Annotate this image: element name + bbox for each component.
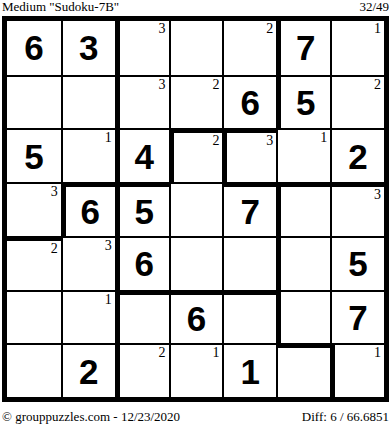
corner-mark: 1 <box>105 130 112 145</box>
cell-r3c2[interactable]: 1 <box>61 128 115 182</box>
corner-mark: 1 <box>320 130 327 145</box>
given-digit: 6 <box>134 246 153 281</box>
cell-r1c4[interactable] <box>169 21 223 75</box>
cell-r7c1[interactable] <box>7 343 61 397</box>
cell-r7c6[interactable] <box>276 343 330 397</box>
given-digit: 6 <box>81 194 100 229</box>
page-root: Medium "Sudoku-7B" 32/49 633271326525142… <box>0 0 391 426</box>
corner-mark: 2 <box>212 77 219 92</box>
sudoku-board: 63327132652514231236573236516722111 <box>2 16 389 402</box>
cell-r6c2[interactable]: 1 <box>61 290 115 344</box>
cell-r7c7[interactable]: 1 <box>330 343 384 397</box>
corner-mark: 1 <box>212 345 219 360</box>
cell-r1c1[interactable]: 6 <box>7 21 61 75</box>
cell-r5c5[interactable] <box>222 236 276 290</box>
given-digit: 5 <box>134 194 153 229</box>
given-digit: 5 <box>296 85 315 120</box>
given-digit: 7 <box>348 300 367 335</box>
puzzle-header: Medium "Sudoku-7B" 32/49 <box>2 0 389 14</box>
cell-r7c2[interactable]: 2 <box>61 343 115 397</box>
cell-r3c4[interactable]: 2 <box>169 128 223 182</box>
cell-r3c1[interactable]: 5 <box>7 128 61 182</box>
puzzle-footer: © grouppuzzles.com - 12/23/2020 Diff: 6 … <box>2 410 389 424</box>
corner-mark: 3 <box>105 238 112 253</box>
cell-r5c2[interactable]: 3 <box>61 236 115 290</box>
cell-r4c2[interactable]: 6 <box>61 182 115 236</box>
cell-r4c4[interactable] <box>169 182 223 236</box>
given-digit: 1 <box>241 354 260 389</box>
cell-r2c3[interactable]: 3 <box>115 75 169 129</box>
empty-count-badge: 32/49 <box>359 0 389 14</box>
cell-r4c7[interactable]: 3 <box>330 182 384 236</box>
corner-mark: 2 <box>159 345 166 360</box>
given-digit: 6 <box>187 301 206 336</box>
corner-mark: 2 <box>51 241 58 256</box>
given-digit: 5 <box>24 139 43 174</box>
cell-r2c6[interactable]: 5 <box>276 75 330 129</box>
cell-r3c3[interactable]: 4 <box>115 128 169 182</box>
corner-mark: 3 <box>266 133 273 148</box>
cell-r1c3[interactable]: 3 <box>115 21 169 75</box>
cell-r6c3[interactable] <box>115 290 169 344</box>
corner-mark: 3 <box>374 187 381 202</box>
cell-r5c4[interactable] <box>169 236 223 290</box>
cell-r7c3[interactable]: 2 <box>115 343 169 397</box>
cell-r1c5[interactable]: 2 <box>222 21 276 75</box>
cell-r2c4[interactable]: 2 <box>169 75 223 129</box>
corner-mark: 3 <box>159 77 166 92</box>
cell-r7c4[interactable]: 1 <box>169 343 223 397</box>
given-digit: 5 <box>348 246 367 281</box>
cell-r5c6[interactable] <box>276 236 330 290</box>
puzzle-title: Medium "Sudoku-7B" <box>2 0 119 14</box>
cell-r2c1[interactable] <box>7 75 61 129</box>
corner-mark: 1 <box>374 21 381 36</box>
corner-mark: 2 <box>212 133 219 148</box>
cell-r5c7[interactable]: 5 <box>330 236 384 290</box>
cell-r1c7[interactable]: 1 <box>330 21 384 75</box>
cell-r4c3[interactable]: 5 <box>115 182 169 236</box>
cell-r6c4[interactable]: 6 <box>169 290 223 344</box>
given-digit: 7 <box>296 30 315 65</box>
cell-r6c1[interactable] <box>7 290 61 344</box>
cell-r7c5[interactable]: 1 <box>222 343 276 397</box>
cell-r5c3[interactable]: 6 <box>115 236 169 290</box>
corner-mark: 3 <box>51 184 58 199</box>
copyright-text: © grouppuzzles.com - 12/23/2020 <box>2 410 180 424</box>
corner-mark: 2 <box>266 21 273 36</box>
cell-r2c7[interactable]: 2 <box>330 75 384 129</box>
cell-r3c6[interactable]: 1 <box>276 128 330 182</box>
cell-r3c5[interactable]: 3 <box>222 128 276 182</box>
given-digit: 2 <box>79 354 98 389</box>
cell-r6c6[interactable] <box>276 290 330 344</box>
cell-r1c2[interactable]: 3 <box>61 21 115 75</box>
cell-r1c6[interactable]: 7 <box>276 21 330 75</box>
given-digit: 6 <box>24 30 43 65</box>
corner-mark: 3 <box>159 21 166 36</box>
corner-mark: 1 <box>374 345 381 360</box>
corner-mark: 1 <box>105 292 112 307</box>
cell-r3c7[interactable]: 2 <box>330 128 384 182</box>
cell-r6c5[interactable] <box>222 290 276 344</box>
given-digit: 6 <box>241 85 260 120</box>
given-digit: 2 <box>348 139 367 174</box>
cell-r6c7[interactable]: 7 <box>330 290 384 344</box>
cell-r4c6[interactable] <box>276 182 330 236</box>
cell-r2c2[interactable] <box>61 75 115 129</box>
given-digit: 7 <box>241 194 260 229</box>
cell-r4c5[interactable]: 7 <box>222 182 276 236</box>
cell-r5c1[interactable]: 2 <box>7 236 61 290</box>
corner-mark: 2 <box>374 77 381 92</box>
given-digit: 3 <box>79 30 98 65</box>
given-digit: 4 <box>134 139 153 174</box>
difficulty-text: Diff: 6 / 66.6851 <box>302 410 389 424</box>
cell-r2c5[interactable]: 6 <box>222 75 276 129</box>
cell-r4c1[interactable]: 3 <box>7 182 61 236</box>
